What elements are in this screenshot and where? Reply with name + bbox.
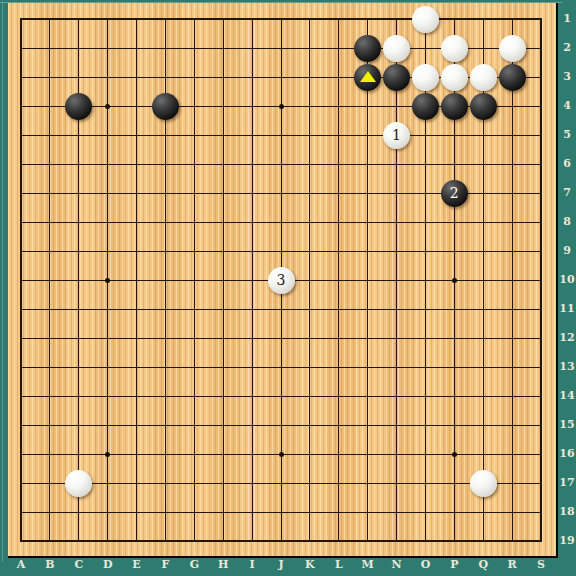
star-point-J4 (279, 104, 284, 109)
stone-black-M3[interactable] (354, 64, 381, 91)
col-label-S: S (531, 558, 551, 572)
row-label-19: 19 (558, 534, 576, 548)
row-label-16: 16 (558, 447, 576, 461)
grid-line-horizontal (20, 512, 542, 513)
grid-line-horizontal (20, 338, 542, 339)
go-board[interactable]: 123 (8, 3, 558, 558)
stone-white-Q3[interactable] (470, 64, 497, 91)
row-label-17: 17 (558, 476, 576, 490)
col-label-P: P (444, 558, 464, 572)
star-point-D4 (105, 104, 110, 109)
col-label-B: B (40, 558, 60, 572)
col-label-K: K (300, 558, 320, 572)
stone-white-P2[interactable] (441, 35, 468, 62)
stone-black-N3[interactable] (383, 64, 410, 91)
col-label-G: G (184, 558, 204, 572)
row-label-4: 4 (558, 99, 576, 113)
row-label-6: 6 (558, 157, 576, 171)
col-label-F: F (155, 558, 175, 572)
col-label-A: A (11, 558, 31, 572)
stone-black-P4[interactable] (441, 93, 468, 120)
stone-black-M2[interactable] (354, 35, 381, 62)
row-label-2: 2 (558, 41, 576, 55)
row-label-11: 11 (558, 302, 576, 316)
star-point-P16 (452, 452, 457, 457)
grid-line-vertical (512, 18, 513, 542)
col-label-C: C (69, 558, 89, 572)
grid-line-horizontal (20, 425, 542, 426)
col-label-M: M (358, 558, 378, 572)
row-label-9: 9 (558, 244, 576, 258)
stone-black-Q4[interactable] (470, 93, 497, 120)
stone-black-P7[interactable]: 2 (441, 180, 468, 207)
stone-white-N2[interactable] (383, 35, 410, 62)
star-point-J16 (279, 452, 284, 457)
row-label-15: 15 (558, 418, 576, 432)
col-label-L: L (329, 558, 349, 572)
col-label-I: I (242, 558, 262, 572)
stone-white-Q17[interactable] (470, 470, 497, 497)
go-app-window: 123 ABCDEFGHIJKLMNOPQRS12345678910111213… (0, 0, 576, 576)
window-bevel-left (2, 2, 3, 562)
triangle-marker-icon (360, 71, 376, 82)
move-number-label: 2 (450, 186, 459, 200)
stone-black-F4[interactable] (152, 93, 179, 120)
star-point-D10 (105, 278, 110, 283)
stone-white-O3[interactable] (412, 64, 439, 91)
grid-line-vertical (396, 18, 397, 542)
row-label-7: 7 (558, 186, 576, 200)
move-number-label: 1 (392, 128, 401, 142)
row-label-8: 8 (558, 215, 576, 229)
row-label-1: 1 (558, 12, 576, 26)
row-label-14: 14 (558, 389, 576, 403)
col-label-Q: Q (473, 558, 493, 572)
star-point-P10 (452, 278, 457, 283)
col-label-E: E (127, 558, 147, 572)
stone-white-J10[interactable]: 3 (268, 267, 295, 294)
stone-white-C17[interactable] (65, 470, 92, 497)
stone-white-O1[interactable] (412, 6, 439, 33)
grid-line-horizontal (20, 396, 542, 397)
grid-line-horizontal (20, 367, 542, 368)
row-label-13: 13 (558, 360, 576, 374)
grid-line-horizontal (20, 483, 542, 484)
stone-white-R2[interactable] (499, 35, 526, 62)
grid-line-vertical (367, 18, 368, 542)
row-label-18: 18 (558, 505, 576, 519)
grid-line-horizontal (20, 309, 542, 310)
row-label-5: 5 (558, 128, 576, 142)
stone-white-P3[interactable] (441, 64, 468, 91)
star-point-D16 (105, 452, 110, 457)
stone-black-R3[interactable] (499, 64, 526, 91)
col-label-H: H (213, 558, 233, 572)
grid-line-horizontal (20, 540, 542, 542)
stone-white-N5[interactable]: 1 (383, 122, 410, 149)
col-label-O: O (415, 558, 435, 572)
col-label-J: J (271, 558, 291, 572)
col-label-D: D (98, 558, 118, 572)
stone-black-O4[interactable] (412, 93, 439, 120)
grid-line-vertical (338, 18, 339, 542)
move-number-label: 3 (277, 273, 286, 287)
row-label-3: 3 (558, 70, 576, 84)
row-label-10: 10 (558, 273, 576, 287)
row-label-12: 12 (558, 331, 576, 345)
col-label-R: R (502, 558, 522, 572)
col-label-N: N (387, 558, 407, 572)
grid-line-vertical (309, 18, 310, 542)
grid-line-vertical (540, 18, 542, 542)
stone-black-C4[interactable] (65, 93, 92, 120)
